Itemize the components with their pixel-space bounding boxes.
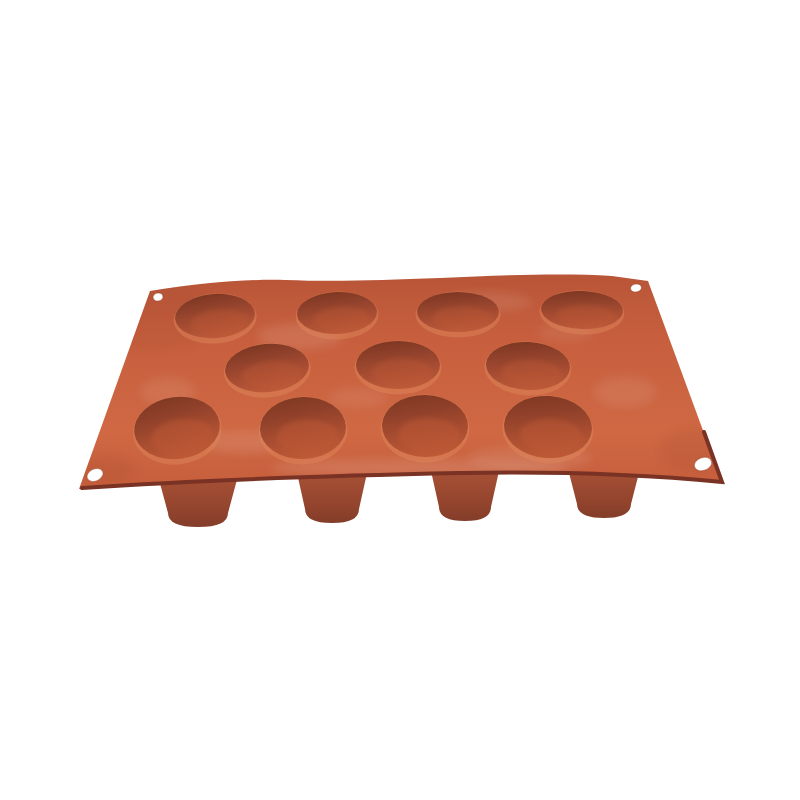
foot-3 bbox=[431, 471, 499, 521]
shade-patch-12 bbox=[75, 456, 135, 484]
foot-2 bbox=[297, 473, 367, 523]
cavity-middle-2 bbox=[355, 341, 442, 395]
product-photo-canvas bbox=[0, 0, 800, 800]
dust-patch-5 bbox=[593, 376, 657, 408]
cavity-back-3 bbox=[416, 292, 501, 338]
silicone-muffin-mold-photo bbox=[0, 0, 800, 800]
cavity-back-3-inner-wall bbox=[432, 307, 491, 329]
cavity-middle-2-inner-wall bbox=[372, 359, 432, 385]
